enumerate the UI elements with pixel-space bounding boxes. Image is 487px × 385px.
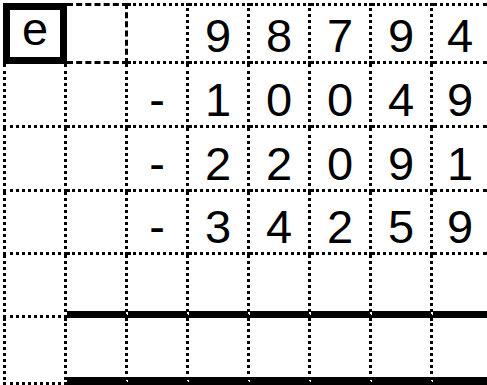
grid-cell (3, 192, 67, 255)
grid-cell (67, 128, 128, 192)
grid-cell (67, 192, 128, 255)
answer-cell (189, 318, 250, 385)
answer-cell (372, 318, 433, 385)
problem-label-cell: e (3, 3, 67, 64)
grid-cell (128, 3, 189, 64)
grid-cell (250, 255, 311, 318)
digit-cell: 4 (433, 3, 487, 64)
digit-cell: 1 (189, 64, 250, 128)
grid-cell (372, 255, 433, 318)
answer-cell (433, 318, 487, 385)
grid-cell (311, 255, 372, 318)
grid-cell (67, 255, 128, 318)
digit-cell: 9 (433, 64, 487, 128)
answer-cell (3, 318, 67, 385)
digit-cell: 7 (311, 3, 372, 64)
digit-cell: 2 (250, 128, 311, 192)
digit-cell: 9 (372, 3, 433, 64)
digit-cell: 2 (311, 192, 372, 255)
digit-cell: 2 (189, 128, 250, 192)
minus-sign-cell: - (128, 128, 189, 192)
digit-cell: 9 (372, 128, 433, 192)
grid-cell (3, 64, 67, 128)
worksheet-grid: e98794-10049-22091-34259 (0, 0, 487, 385)
answer-cell (311, 318, 372, 385)
answer-cell (128, 318, 189, 385)
minus-sign-cell: - (128, 64, 189, 128)
digit-cell: 0 (311, 64, 372, 128)
digit-cell: 9 (433, 192, 487, 255)
grid-cell (3, 128, 67, 192)
answer-cell (67, 318, 128, 385)
grid-cell (3, 255, 67, 318)
digit-cell: 5 (372, 192, 433, 255)
grid-cell (67, 64, 128, 128)
minus-sign-cell: - (128, 192, 189, 255)
digit-cell: 4 (250, 192, 311, 255)
grid-cell (433, 255, 487, 318)
digit-cell: 0 (311, 128, 372, 192)
digit-cell: 4 (372, 64, 433, 128)
digit-cell: 0 (250, 64, 311, 128)
grid-cell (189, 255, 250, 318)
worksheet-page: e98794-10049-22091-34259 (0, 0, 487, 385)
digit-cell: 8 (250, 3, 311, 64)
digit-cell: 9 (189, 3, 250, 64)
answer-cell (250, 318, 311, 385)
grid-cell (67, 3, 128, 64)
digit-cell: 3 (189, 192, 250, 255)
grid-cell (128, 255, 189, 318)
digit-cell: 1 (433, 128, 487, 192)
